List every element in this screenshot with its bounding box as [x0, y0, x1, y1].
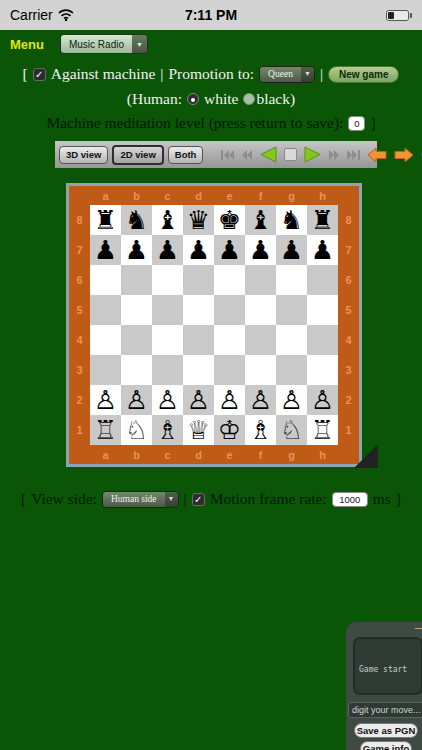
save-pgn-button[interactable]: Save as PGN: [354, 723, 418, 738]
rank-label-right-5: 5: [338, 295, 359, 325]
view-side-value: Human side: [103, 492, 165, 507]
move-panel: — Game start Save as PGN Game info: [346, 622, 422, 750]
music-radio-select[interactable]: Music Radio ▼: [60, 34, 148, 54]
bracket-close: ]: [396, 490, 401, 508]
human-suffix: ): [290, 90, 295, 108]
white-radio[interactable]: [187, 93, 199, 105]
battery-icon: [386, 9, 414, 21]
square-a2[interactable]: ♙: [90, 385, 121, 415]
square-c7[interactable]: ♟: [152, 235, 183, 265]
square-d4[interactable]: [183, 325, 214, 355]
rank-label-left-2: 2: [69, 385, 90, 415]
against-machine-label: Against machine: [51, 65, 156, 83]
file-label-bottom-g: g: [276, 445, 307, 464]
square-e5[interactable]: [214, 295, 245, 325]
view-side-select[interactable]: Human side ▼: [102, 491, 179, 508]
square-b7[interactable]: ♟: [121, 235, 152, 265]
square-h8[interactable]: ♜: [307, 205, 338, 235]
square-d1[interactable]: ♕: [183, 415, 214, 445]
separator: |: [160, 65, 163, 83]
new-game-button[interactable]: New game: [328, 66, 399, 83]
square-c5[interactable]: [152, 295, 183, 325]
board-corner: [69, 186, 90, 205]
rank-label-right-7: 7: [338, 235, 359, 265]
against-machine-checkbox[interactable]: ✓: [33, 68, 46, 81]
view-2d-button[interactable]: 2D view: [112, 145, 163, 165]
chess-board: abcdefgh8♜♞♝♛♚♝♞♜87♟♟♟♟♟♟♟♟7665544332♙♙♙…: [66, 183, 362, 467]
square-c8[interactable]: ♝: [152, 205, 183, 235]
square-e3[interactable]: [214, 355, 245, 385]
play-backward-button[interactable]: [259, 146, 277, 163]
square-h2[interactable]: ♙: [307, 385, 338, 415]
square-e7[interactable]: ♟: [214, 235, 245, 265]
square-g2[interactable]: ♙: [276, 385, 307, 415]
square-c6[interactable]: [152, 265, 183, 295]
file-label-top-d: d: [183, 186, 214, 205]
separator: |: [184, 490, 187, 508]
motion-label: Motion frame rate:: [210, 490, 327, 508]
chevron-down-icon: ▼: [165, 492, 178, 507]
fast-forward-button[interactable]: [329, 150, 340, 160]
music-radio-value: Music Radio: [61, 35, 132, 53]
rank-label-left-4: 4: [69, 325, 90, 355]
rank-label-right-6: 6: [338, 265, 359, 295]
file-label-top-f: f: [245, 186, 276, 205]
square-f2[interactable]: ♙: [245, 385, 276, 415]
view-toolbar: 3D view 2D view Both: [55, 141, 377, 168]
square-e8[interactable]: ♚: [214, 205, 245, 235]
file-label-bottom-e: e: [214, 445, 245, 464]
square-f3[interactable]: [245, 355, 276, 385]
rank-label-left-1: 1: [69, 415, 90, 445]
file-label-top-b: b: [121, 186, 152, 205]
minimize-icon[interactable]: —: [415, 623, 422, 633]
rank-label-left-3: 3: [69, 355, 90, 385]
game-log[interactable]: Game start: [353, 637, 422, 695]
file-label-top-c: c: [152, 186, 183, 205]
ms-label: ms: [373, 490, 391, 508]
app-screen: Carrier 7:11 PM Menu Music Radio ▼ [ ✓ A…: [0, 0, 422, 750]
rank-label-right-8: 8: [338, 205, 359, 235]
file-label-top-g: g: [276, 186, 307, 205]
square-b8[interactable]: ♞: [121, 205, 152, 235]
square-g1[interactable]: ♘: [276, 415, 307, 445]
square-g4[interactable]: [276, 325, 307, 355]
chevron-down-icon: ▼: [301, 67, 314, 82]
file-label-bottom-c: c: [152, 445, 183, 464]
square-b6[interactable]: [121, 265, 152, 295]
square-a6[interactable]: [90, 265, 121, 295]
square-f6[interactable]: [245, 265, 276, 295]
separator: |: [320, 65, 323, 83]
promotion-label: Promotion to:: [168, 65, 254, 83]
promotion-select[interactable]: Queen ▼: [259, 66, 315, 83]
square-b1[interactable]: ♘: [121, 415, 152, 445]
view-side-label: View side:: [31, 490, 97, 508]
file-label-bottom-h: h: [307, 445, 338, 464]
square-c3[interactable]: [152, 355, 183, 385]
frame-rate-input[interactable]: [332, 492, 368, 507]
bracket-open: [: [23, 65, 28, 83]
rank-label-left-5: 5: [69, 295, 90, 325]
status-bar: Carrier 7:11 PM: [0, 0, 422, 30]
file-label-bottom-f: f: [245, 445, 276, 464]
square-a1[interactable]: ♖: [90, 415, 121, 445]
file-label-bottom-a: a: [90, 445, 121, 464]
square-e2[interactable]: ♙: [214, 385, 245, 415]
square-e1[interactable]: ♔: [214, 415, 245, 445]
square-h3[interactable]: [307, 355, 338, 385]
square-a4[interactable]: [90, 325, 121, 355]
play-forward-button[interactable]: [304, 146, 322, 163]
square-d6[interactable]: [183, 265, 214, 295]
promotion-value: Queen: [260, 67, 301, 82]
square-c1[interactable]: ♗: [152, 415, 183, 445]
stop-button[interactable]: [284, 148, 297, 161]
square-g7[interactable]: ♟: [276, 235, 307, 265]
square-b3[interactable]: [121, 355, 152, 385]
view-3d-button[interactable]: 3D view: [59, 146, 108, 164]
square-h6[interactable]: [307, 265, 338, 295]
square-c4[interactable]: [152, 325, 183, 355]
square-f5[interactable]: [245, 295, 276, 325]
square-d8[interactable]: ♛: [183, 205, 214, 235]
file-label-bottom-d: d: [183, 445, 214, 464]
bracket-close: ]: [370, 114, 375, 132]
file-label-bottom-b: b: [121, 445, 152, 464]
square-h4[interactable]: [307, 325, 338, 355]
file-label-top-h: h: [307, 186, 338, 205]
square-h5[interactable]: [307, 295, 338, 325]
square-b2[interactable]: ♙: [121, 385, 152, 415]
board-resize-handle[interactable]: [354, 444, 378, 468]
square-f8[interactable]: ♝: [245, 205, 276, 235]
square-f1[interactable]: ♗: [245, 415, 276, 445]
menu-button[interactable]: Menu: [10, 37, 44, 52]
rank-label-right-3: 3: [338, 355, 359, 385]
black-label: black: [256, 90, 290, 108]
rank-label-right-4: 4: [338, 325, 359, 355]
game-info-button[interactable]: Game info: [360, 741, 412, 750]
square-d5[interactable]: [183, 295, 214, 325]
human-prefix: (Human:: [127, 90, 182, 108]
bracket-open: [: [21, 490, 26, 508]
square-g8[interactable]: ♞: [276, 205, 307, 235]
square-g6[interactable]: [276, 265, 307, 295]
skip-to-start-button[interactable]: [221, 150, 234, 160]
square-a5[interactable]: [90, 295, 121, 325]
square-g5[interactable]: [276, 295, 307, 325]
square-b5[interactable]: [121, 295, 152, 325]
rank-label-left-8: 8: [69, 205, 90, 235]
meditation-label: Machine meditation level (press return t…: [46, 114, 343, 132]
rank-label-right-1: 1: [338, 415, 359, 445]
square-a3[interactable]: [90, 355, 121, 385]
square-d2[interactable]: ♙: [183, 385, 214, 415]
redo-arrow-button[interactable]: [394, 147, 414, 163]
meditation-level-input[interactable]: [348, 116, 365, 131]
square-f7[interactable]: ♟: [245, 235, 276, 265]
square-f4[interactable]: [245, 325, 276, 355]
undo-arrow-button[interactable]: [367, 147, 387, 163]
square-e6[interactable]: [214, 265, 245, 295]
fast-backward-button[interactable]: [241, 150, 252, 160]
black-radio[interactable]: [243, 93, 255, 105]
file-label-top-e: e: [214, 186, 245, 205]
square-d3[interactable]: [183, 355, 214, 385]
square-c2[interactable]: ♙: [152, 385, 183, 415]
rank-label-left-6: 6: [69, 265, 90, 295]
view-both-button[interactable]: Both: [168, 146, 204, 164]
square-h7[interactable]: ♟: [307, 235, 338, 265]
file-label-top-a: a: [90, 186, 121, 205]
square-e4[interactable]: [214, 325, 245, 355]
rank-label-left-7: 7: [69, 235, 90, 265]
motion-checkbox[interactable]: ✓: [192, 493, 205, 506]
square-a7[interactable]: ♟: [90, 235, 121, 265]
clock: 7:11 PM: [0, 7, 422, 23]
square-h1[interactable]: ♖: [307, 415, 338, 445]
square-b4[interactable]: [121, 325, 152, 355]
rank-label-right-2: 2: [338, 385, 359, 415]
white-label: white: [204, 90, 238, 108]
board-corner: [338, 186, 359, 205]
square-a8[interactable]: ♜: [90, 205, 121, 235]
board-corner: [69, 445, 90, 464]
skip-to-end-button[interactable]: [347, 150, 360, 160]
square-d7[interactable]: ♟: [183, 235, 214, 265]
square-g3[interactable]: [276, 355, 307, 385]
move-input[interactable]: [348, 702, 422, 718]
chevron-down-icon: ▼: [132, 35, 147, 53]
